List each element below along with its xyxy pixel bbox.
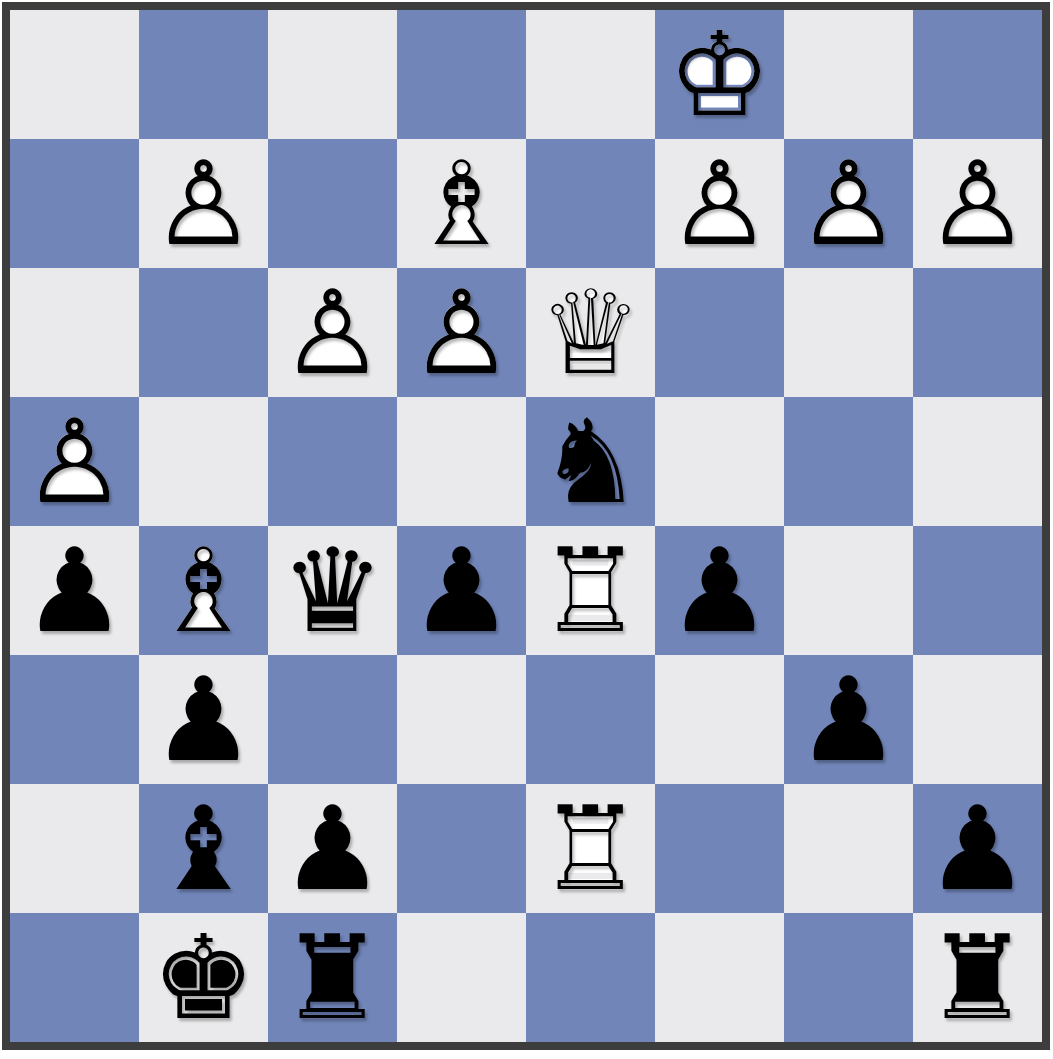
- piece-white-pawn: ♙: [655, 139, 784, 268]
- square-e1[interactable]: [526, 913, 655, 1042]
- piece-black-pawn: ♟: [913, 784, 1042, 913]
- white-pawn-fill: ♟: [10, 397, 139, 526]
- square-d4[interactable]: ♟: [397, 526, 526, 655]
- piece-black-pawn: ♟: [268, 784, 397, 913]
- square-h6[interactable]: [913, 268, 1042, 397]
- square-a6[interactable]: [10, 268, 139, 397]
- piece-black-king: ♚: [139, 913, 268, 1042]
- square-f4[interactable]: ♟: [655, 526, 784, 655]
- white-pawn-fill: ♟: [139, 139, 268, 268]
- piece-white-bishop: ♗: [397, 139, 526, 268]
- square-h3[interactable]: [913, 655, 1042, 784]
- square-c8[interactable]: [268, 10, 397, 139]
- square-b2[interactable]: ♝: [139, 784, 268, 913]
- piece-black-pawn: ♟: [10, 526, 139, 655]
- square-h1[interactable]: ♜: [913, 913, 1042, 1042]
- square-g5[interactable]: [784, 397, 913, 526]
- board-frame: ♚♔♟♙♝♗♟♙♟♙♟♙♟♙♟♙♛♕♟♙♞♟♝♗♛♟♜♖♟♟♟♝♟♜♖♟♚♜♜: [2, 2, 1050, 1050]
- piece-white-pawn: ♙: [397, 268, 526, 397]
- white-pawn-fill: ♟: [655, 139, 784, 268]
- square-e3[interactable]: [526, 655, 655, 784]
- piece-black-rook: ♜: [268, 913, 397, 1042]
- square-f5[interactable]: [655, 397, 784, 526]
- piece-black-bishop: ♝: [139, 784, 268, 913]
- square-d8[interactable]: [397, 10, 526, 139]
- piece-black-rook: ♜: [913, 913, 1042, 1042]
- square-g7[interactable]: ♟♙: [784, 139, 913, 268]
- square-g6[interactable]: [784, 268, 913, 397]
- square-b1[interactable]: ♚: [139, 913, 268, 1042]
- square-e8[interactable]: [526, 10, 655, 139]
- piece-white-bishop: ♗: [139, 526, 268, 655]
- square-h4[interactable]: [913, 526, 1042, 655]
- square-g8[interactable]: [784, 10, 913, 139]
- square-d5[interactable]: [397, 397, 526, 526]
- piece-black-pawn: ♟: [655, 526, 784, 655]
- square-d1[interactable]: [397, 913, 526, 1042]
- square-f1[interactable]: [655, 913, 784, 1042]
- square-e6[interactable]: ♛♕: [526, 268, 655, 397]
- piece-white-pawn: ♙: [268, 268, 397, 397]
- white-bishop-fill: ♝: [397, 139, 526, 268]
- square-c2[interactable]: ♟: [268, 784, 397, 913]
- piece-white-rook: ♖: [526, 784, 655, 913]
- square-b8[interactable]: [139, 10, 268, 139]
- square-a3[interactable]: [10, 655, 139, 784]
- square-h8[interactable]: [913, 10, 1042, 139]
- square-e5[interactable]: ♞: [526, 397, 655, 526]
- square-c4[interactable]: ♛: [268, 526, 397, 655]
- chess-board: ♚♔♟♙♝♗♟♙♟♙♟♙♟♙♟♙♛♕♟♙♞♟♝♗♛♟♜♖♟♟♟♝♟♜♖♟♚♜♜: [10, 10, 1042, 1042]
- square-f3[interactable]: [655, 655, 784, 784]
- square-h5[interactable]: [913, 397, 1042, 526]
- square-c3[interactable]: [268, 655, 397, 784]
- square-h7[interactable]: ♟♙: [913, 139, 1042, 268]
- square-a1[interactable]: [10, 913, 139, 1042]
- white-queen-fill: ♛: [526, 268, 655, 397]
- piece-white-pawn: ♙: [913, 139, 1042, 268]
- square-a8[interactable]: [10, 10, 139, 139]
- square-e7[interactable]: [526, 139, 655, 268]
- square-c1[interactable]: ♜: [268, 913, 397, 1042]
- piece-black-queen: ♛: [268, 526, 397, 655]
- square-b4[interactable]: ♝♗: [139, 526, 268, 655]
- white-pawn-fill: ♟: [784, 139, 913, 268]
- white-bishop-fill: ♝: [139, 526, 268, 655]
- square-g1[interactable]: [784, 913, 913, 1042]
- piece-black-knight: ♞: [526, 397, 655, 526]
- square-b6[interactable]: [139, 268, 268, 397]
- white-rook-fill: ♜: [526, 784, 655, 913]
- square-b7[interactable]: ♟♙: [139, 139, 268, 268]
- square-a5[interactable]: ♟♙: [10, 397, 139, 526]
- square-d6[interactable]: ♟♙: [397, 268, 526, 397]
- square-h2[interactable]: ♟: [913, 784, 1042, 913]
- square-a7[interactable]: [10, 139, 139, 268]
- square-f6[interactable]: [655, 268, 784, 397]
- piece-white-queen: ♕: [526, 268, 655, 397]
- piece-black-pawn: ♟: [397, 526, 526, 655]
- square-g4[interactable]: [784, 526, 913, 655]
- square-b5[interactable]: [139, 397, 268, 526]
- square-d2[interactable]: [397, 784, 526, 913]
- piece-white-rook: ♖: [526, 526, 655, 655]
- white-pawn-fill: ♟: [397, 268, 526, 397]
- square-b3[interactable]: ♟: [139, 655, 268, 784]
- square-g3[interactable]: ♟: [784, 655, 913, 784]
- square-d3[interactable]: [397, 655, 526, 784]
- square-f2[interactable]: [655, 784, 784, 913]
- square-e4[interactable]: ♜♖: [526, 526, 655, 655]
- piece-white-pawn: ♙: [10, 397, 139, 526]
- square-f7[interactable]: ♟♙: [655, 139, 784, 268]
- square-a4[interactable]: ♟: [10, 526, 139, 655]
- square-c5[interactable]: [268, 397, 397, 526]
- white-pawn-fill: ♟: [913, 139, 1042, 268]
- square-c7[interactable]: [268, 139, 397, 268]
- piece-black-pawn: ♟: [139, 655, 268, 784]
- white-king-fill: ♚: [655, 10, 784, 139]
- white-rook-fill: ♜: [526, 526, 655, 655]
- white-pawn-fill: ♟: [268, 268, 397, 397]
- piece-black-pawn: ♟: [784, 655, 913, 784]
- square-d7[interactable]: ♝♗: [397, 139, 526, 268]
- piece-white-king: ♔: [655, 10, 784, 139]
- piece-white-pawn: ♙: [784, 139, 913, 268]
- square-g2[interactable]: [784, 784, 913, 913]
- square-f8[interactable]: ♚♔: [655, 10, 784, 139]
- square-c6[interactable]: ♟♙: [268, 268, 397, 397]
- square-e2[interactable]: ♜♖: [526, 784, 655, 913]
- piece-white-pawn: ♙: [139, 139, 268, 268]
- square-a2[interactable]: [10, 784, 139, 913]
